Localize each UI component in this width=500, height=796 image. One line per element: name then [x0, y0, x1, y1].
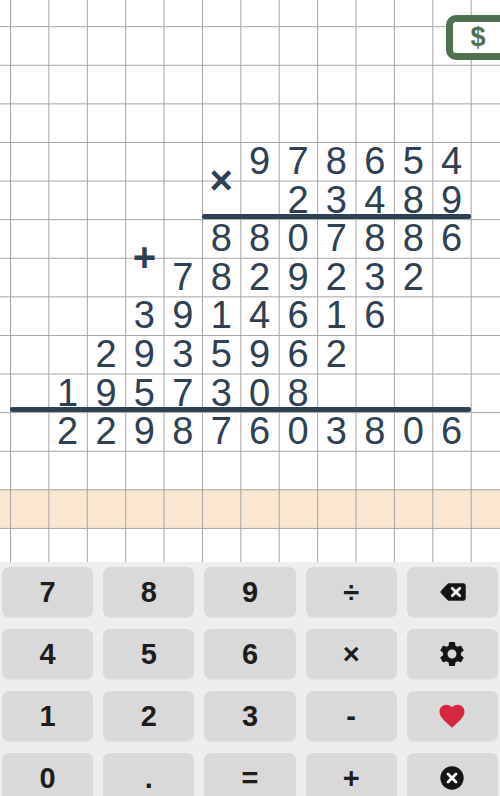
grid-digit: 8	[164, 412, 202, 451]
grid-digit: 8	[202, 219, 240, 258]
grid-digit: 8	[202, 258, 240, 297]
key-close[interactable]	[407, 753, 498, 796]
multiply-sign: ×	[202, 161, 240, 200]
key-divide[interactable]: ÷	[306, 567, 397, 617]
grid-digit: 2	[317, 335, 355, 374]
grid-digit: 9	[279, 258, 317, 297]
grid-digit: 0	[279, 412, 317, 451]
grid-digit: 5	[394, 142, 432, 181]
grid-digit: 8	[356, 219, 394, 258]
grid-digit: 9	[125, 335, 163, 374]
grid-digit: 6	[432, 412, 470, 451]
grid-digit: 4	[240, 296, 278, 335]
grid-digit: 6	[356, 296, 394, 335]
long-multiplication-worksheet: 9786542348988078867829232391461629359621…	[0, 0, 500, 562]
grid-digit: 8	[240, 219, 278, 258]
grid-digit: 2	[240, 258, 278, 297]
key-minus[interactable]: -	[306, 691, 397, 741]
key-3[interactable]: 3	[204, 691, 295, 741]
dollar-sign: $	[470, 22, 485, 53]
sum-rule-line	[10, 407, 471, 412]
grid-digit: 7	[202, 412, 240, 451]
money-icon[interactable]: $	[446, 15, 500, 60]
key-9[interactable]: 9	[204, 567, 295, 617]
gear-icon	[437, 639, 467, 669]
key-plus[interactable]: +	[306, 753, 397, 796]
key-7[interactable]: 7	[2, 567, 93, 617]
grid-digit: 6	[432, 219, 470, 258]
grid-digit: 9	[164, 296, 202, 335]
grid-digit: 2	[87, 335, 125, 374]
key-2[interactable]: 2	[103, 691, 194, 741]
grid-digit: 3	[164, 335, 202, 374]
key-5[interactable]: 5	[103, 629, 194, 679]
backspace-icon	[435, 577, 469, 607]
key-multiply[interactable]: ×	[306, 629, 397, 679]
grid-digit: 6	[279, 335, 317, 374]
grid-digit: 2	[394, 258, 432, 297]
grid-digit: 1	[317, 296, 355, 335]
grid-digit: 8	[394, 219, 432, 258]
close-icon	[438, 764, 466, 792]
key-decimal[interactable]: .	[103, 753, 194, 796]
grid-digit: 6	[279, 296, 317, 335]
key-8[interactable]: 8	[103, 567, 194, 617]
key-1[interactable]: 1	[2, 691, 93, 741]
key-4[interactable]: 4	[2, 629, 93, 679]
grid-digit: 3	[317, 412, 355, 451]
grid-digit: 9	[125, 412, 163, 451]
key-0[interactable]: 0	[2, 753, 93, 796]
grid-digit: 6	[240, 412, 278, 451]
key-favorite[interactable]	[407, 691, 498, 741]
grid-digit: 2	[317, 258, 355, 297]
grid-digit: 2	[48, 412, 86, 451]
keypad: 789÷456×123-0.=+	[0, 562, 500, 796]
grid-digit: 3	[125, 296, 163, 335]
grid-digit: 3	[356, 258, 394, 297]
grid-digit: 8	[356, 412, 394, 451]
grid-digit: 4	[432, 142, 470, 181]
grid-digit: 6	[356, 142, 394, 181]
grid-digit: 2	[87, 412, 125, 451]
grid-digit: 1	[202, 296, 240, 335]
product-rule-line	[202, 214, 471, 219]
grid-digit: 5	[202, 335, 240, 374]
key-equals[interactable]: =	[204, 753, 295, 796]
grid-digit: 9	[240, 142, 278, 181]
grid-digit: 7	[164, 258, 202, 297]
grid-digit: 9	[240, 335, 278, 374]
plus-sign: +	[125, 239, 163, 278]
grid-digit: 7	[317, 219, 355, 258]
app-screen: 9786542348988078867829232391461629359621…	[0, 0, 500, 796]
grid-digit: 0	[394, 412, 432, 451]
heart-icon	[436, 701, 468, 731]
grid-digit: 7	[279, 142, 317, 181]
grid-digit: 0	[279, 219, 317, 258]
key-settings[interactable]	[407, 629, 498, 679]
key-6[interactable]: 6	[204, 629, 295, 679]
grid-digit: 8	[317, 142, 355, 181]
key-backspace[interactable]	[407, 567, 498, 617]
